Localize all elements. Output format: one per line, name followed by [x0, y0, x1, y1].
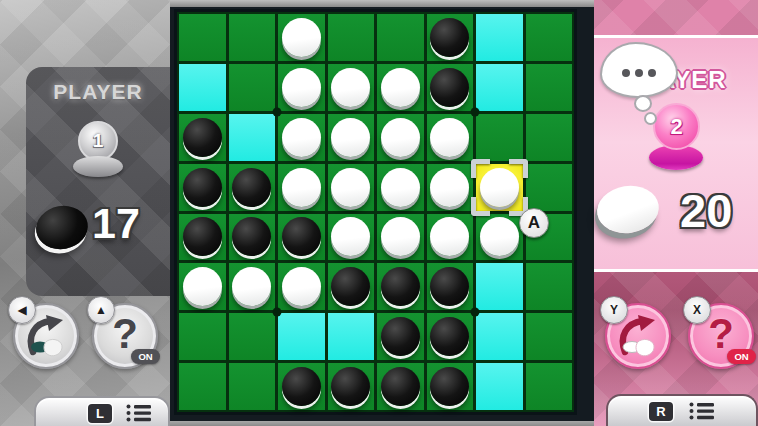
- board-cell-r3c4: [328, 114, 375, 161]
- white-disc: [331, 217, 370, 256]
- board-cell-r8c2: [229, 363, 276, 410]
- board-cell-r1c4: [328, 14, 375, 61]
- board-cell-r1c8: [526, 14, 573, 61]
- menu-bar-right[interactable]: R: [606, 394, 758, 426]
- board-cell-r5c3: [278, 214, 325, 261]
- board-cell-r1c5: [377, 14, 424, 61]
- board-star-point: [470, 307, 479, 316]
- board-cell-r7c4-legal-move[interactable]: [328, 313, 375, 360]
- white-disc: [282, 118, 321, 157]
- board-cell-r7c2: [229, 313, 276, 360]
- board-cell-r7c5: [377, 313, 424, 360]
- board-cell-r3c7: [476, 114, 523, 161]
- board-cell-r7c1: [179, 313, 226, 360]
- r-button-icon: R: [649, 402, 673, 421]
- black-disc: [381, 267, 420, 306]
- black-disc: [331, 367, 370, 406]
- board-cell-r6c8: [526, 263, 573, 310]
- l-button-icon: L: [88, 404, 112, 423]
- board-cell-r4c2: [229, 164, 276, 211]
- white-disc: [282, 168, 321, 207]
- board-cell-r2c5: [377, 64, 424, 111]
- board-cell-r7c7-legal-move[interactable]: [476, 313, 523, 360]
- board-cell-r2c1-legal-move[interactable]: [179, 64, 226, 111]
- board-cell-r6c1: [179, 263, 226, 310]
- black-disc: [232, 168, 271, 207]
- board-cell-r4c8: [526, 164, 573, 211]
- black-disc: [282, 367, 321, 406]
- board-cell-r5c6: [427, 214, 474, 261]
- board-cell-r4c7-cursor[interactable]: A: [476, 164, 523, 211]
- board-cell-r1c6: [427, 14, 474, 61]
- board-cell-r1c3: [278, 14, 325, 61]
- board-cell-r8c5: [377, 363, 424, 410]
- board-cell-r6c3: [278, 263, 325, 310]
- board-star-point: [272, 307, 281, 316]
- dpad-up-icon: ▲: [87, 296, 115, 324]
- board-cell-r2c2: [229, 64, 276, 111]
- menu-list-icon: [689, 401, 715, 421]
- white-disc: [381, 118, 420, 157]
- white-disc: [381, 68, 420, 107]
- board-cell-r3c2-legal-move[interactable]: [229, 114, 276, 161]
- black-disc: [232, 217, 271, 256]
- white-disc: [282, 267, 321, 306]
- black-disc: [430, 18, 469, 57]
- player1-avatar-base: [73, 156, 123, 177]
- white-disc: [331, 168, 370, 207]
- board-cell-r3c5: [377, 114, 424, 161]
- board-cell-r8c1: [179, 363, 226, 410]
- board-cell-r3c8: [526, 114, 573, 161]
- board-cell-r5c2: [229, 214, 276, 261]
- black-disc: [430, 68, 469, 107]
- menu-bar-left[interactable]: L: [34, 396, 170, 426]
- board-cell-r5c1: [179, 214, 226, 261]
- board-cell-r6c6: [427, 263, 474, 310]
- player1-score: 17: [92, 199, 166, 248]
- board-cell-r1c7-legal-move[interactable]: [476, 14, 523, 61]
- white-disc: [430, 118, 469, 157]
- board-star-point: [272, 108, 281, 117]
- white-disc: [282, 18, 321, 57]
- a-button-badge: A: [519, 208, 549, 238]
- board-cell-r2c6: [427, 64, 474, 111]
- board-cell-r3c3: [278, 114, 325, 161]
- board-cell-r6c5: [377, 263, 424, 310]
- board-cell-r6c7-legal-move[interactable]: [476, 263, 523, 310]
- board-top-strip: [170, 0, 594, 7]
- y-button-icon: Y: [600, 296, 628, 324]
- board-cell-r8c8: [526, 363, 573, 410]
- player1-avatar: 1: [78, 121, 118, 161]
- black-disc: [430, 367, 469, 406]
- bubble-tail: [644, 112, 657, 125]
- menu-list-icon: [126, 403, 152, 423]
- board-cell-r1c2: [229, 14, 276, 61]
- player2-score: 20: [680, 183, 758, 238]
- board-cell-r7c6: [427, 313, 474, 360]
- board-cell-r5c4: [328, 214, 375, 261]
- right-sidebar-top-background: [594, 0, 758, 35]
- white-disc: [381, 168, 420, 207]
- board-cell-r8c6: [427, 363, 474, 410]
- white-disc: [430, 168, 469, 207]
- black-disc: [381, 367, 420, 406]
- board-cell-r4c5: [377, 164, 424, 211]
- bubble-tail: [634, 95, 652, 112]
- black-disc: [183, 118, 222, 157]
- board-cell-r3c1: [179, 114, 226, 161]
- board-bottom-strip: [170, 421, 594, 426]
- black-disc: [282, 217, 321, 256]
- othello-board[interactable]: A: [177, 12, 574, 412]
- x-button-icon: X: [683, 296, 711, 324]
- board-cell-r1c1: [179, 14, 226, 61]
- bubble-dot: [648, 69, 656, 77]
- board-cell-r8c3: [278, 363, 325, 410]
- white-disc: [480, 217, 519, 256]
- bubble-dot: [622, 69, 630, 77]
- black-disc: [183, 168, 222, 207]
- board-cell-r4c6: [427, 164, 474, 211]
- player1-number: 1: [93, 130, 104, 152]
- board-cell-r7c8: [526, 313, 573, 360]
- hint-on-indicator-right: ON: [727, 349, 756, 364]
- player1-label: PLAYER: [26, 80, 170, 104]
- black-disc: [331, 267, 370, 306]
- white-disc: [430, 217, 469, 256]
- board-cell-r5c5: [377, 214, 424, 261]
- board-cell-r2c8: [526, 64, 573, 111]
- board-cell-r8c4: [328, 363, 375, 410]
- white-disc: [282, 68, 321, 107]
- white-disc: [381, 217, 420, 256]
- black-disc: [430, 267, 469, 306]
- dpad-left-icon: ◀: [8, 296, 36, 324]
- player2-avatar: 2: [653, 103, 700, 150]
- board-cell-r5c7: [476, 214, 523, 261]
- board-cell-r7c3-legal-move[interactable]: [278, 313, 325, 360]
- board-cell-r8c7-legal-move[interactable]: [476, 363, 523, 410]
- board-cell-r6c4: [328, 263, 375, 310]
- board-cell-r2c7-legal-move[interactable]: [476, 64, 523, 111]
- board-cell-r4c1: [179, 164, 226, 211]
- board-cell-r6c2: [229, 263, 276, 310]
- white-disc: [232, 267, 271, 306]
- player2-number: 2: [670, 114, 682, 140]
- cursor-bracket-bl: [471, 197, 490, 216]
- board-cell-r3c6: [427, 114, 474, 161]
- board-cell-r4c4: [328, 164, 375, 211]
- board-star-point: [470, 108, 479, 117]
- cursor-bracket-tr: [509, 159, 528, 178]
- board-cell-r2c4: [328, 64, 375, 111]
- hint-on-indicator-left: ON: [131, 349, 160, 364]
- white-disc: [331, 68, 370, 107]
- white-disc: [331, 118, 370, 157]
- black-disc: [430, 317, 469, 356]
- white-disc: [183, 267, 222, 306]
- black-disc: [381, 317, 420, 356]
- board-cell-r4c3: [278, 164, 325, 211]
- black-disc: [183, 217, 222, 256]
- cursor-bracket-tl: [471, 159, 490, 178]
- bubble-dot: [635, 69, 643, 77]
- board-cell-r2c3: [278, 64, 325, 111]
- game-screen: A PLAYER 1 17 PLAYER 2 20 ◀ ? ▲ ON L: [0, 0, 758, 426]
